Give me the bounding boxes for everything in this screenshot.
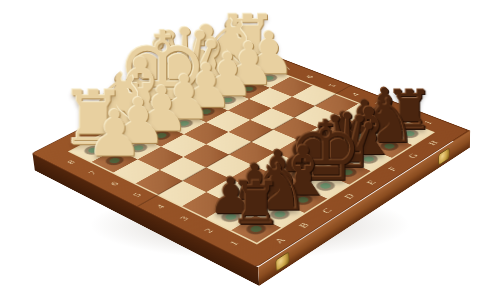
brass-latch-icon [275, 251, 289, 272]
chess-set-photo: ♜♞♝♚♛♝♞♜♟♟♟♟♟♟♟♟♟♟♟♟♟♟♟♟♜♞♝♚♛♝♞♜ ABCDEFG… [0, 0, 500, 287]
piece-black-rook-a1: ♜ [229, 174, 282, 233]
brass-latch-icon [438, 147, 449, 166]
scene: ♜♞♝♚♛♝♞♜♟♟♟♟♟♟♟♟♟♟♟♟♟♟♟♟♜♞♝♚♛♝♞♜ ABCDEFG… [95, 0, 405, 287]
chess-board: ♜♞♝♚♛♝♞♜♟♟♟♟♟♟♟♟♟♟♟♟♟♟♟♟♜♞♝♚♛♝♞♜ ABCDEFG… [31, 45, 469, 267]
inlay-border: ♜♞♝♚♛♝♞♜♟♟♟♟♟♟♟♟♟♟♟♟♟♟♟♟♜♞♝♚♛♝♞♜ [68, 59, 435, 245]
piece-white-pawn-a7: ♟ [86, 102, 143, 166]
